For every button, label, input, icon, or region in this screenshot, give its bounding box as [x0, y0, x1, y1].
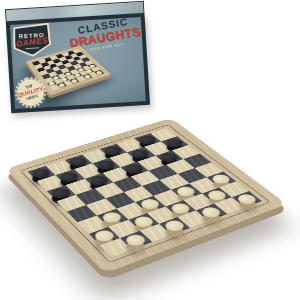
badge-divider [25, 47, 39, 49]
box-front-panel: RETRO GAMES CLASSIC DRAUGHTS - FUN FOR A… [10, 17, 146, 109]
wood-man-piece [96, 71, 103, 75]
retro-games-badge-inner: RETRO GAMES [14, 25, 50, 56]
draughts-board-grid [28, 128, 262, 257]
draughts-board [5, 118, 286, 273]
product-box: RETRO GAMES CLASSIC DRAUGHTS - FUN FOR A… [5, 1, 150, 113]
mini-board-grid [32, 49, 104, 91]
retro-games-badge: RETRO GAMES [12, 23, 52, 58]
box-front: RETRO GAMES CLASSIC DRAUGHTS - FUN FOR A… [6, 13, 150, 113]
